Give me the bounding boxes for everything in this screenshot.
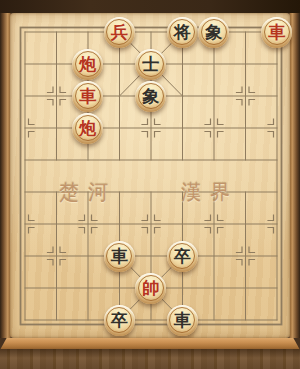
piece-black-advisor[interactable]: 士 [135, 49, 166, 80]
piece-black-chariot[interactable]: 車 [167, 305, 198, 336]
piece-red-soldier[interactable]: 兵 [104, 17, 135, 48]
piece-label: 車 [268, 24, 285, 41]
table-wood-top [0, 0, 300, 13]
piece-black-soldier[interactable]: 卒 [104, 305, 135, 336]
piece-label: 士 [142, 56, 159, 73]
piece-label: 車 [111, 248, 128, 265]
pieces-grid: 兵将象車炮士車象炮車卒帥卒車 [9, 16, 293, 336]
xiangqi-app-screen: 楚河 漢界 兵将象車炮士車象炮車卒帥卒車 [0, 0, 300, 369]
piece-label: 炮 [79, 120, 96, 137]
piece-label: 卒 [111, 312, 128, 329]
piece-black-elephant[interactable]: 象 [135, 81, 166, 112]
piece-label: 帥 [142, 280, 159, 297]
piece-black-elephant[interactable]: 象 [198, 17, 229, 48]
table-wood-bottom [0, 349, 300, 369]
piece-label: 車 [174, 312, 191, 329]
piece-label: 象 [142, 88, 159, 105]
piece-label: 車 [79, 88, 96, 105]
piece-label: 兵 [111, 24, 128, 41]
piece-black-soldier[interactable]: 卒 [167, 241, 198, 272]
piece-red-general[interactable]: 帥 [135, 273, 166, 304]
piece-label: 象 [205, 24, 222, 41]
piece-red-chariot[interactable]: 車 [261, 17, 292, 48]
piece-label: 卒 [174, 248, 191, 265]
piece-red-cannon[interactable]: 炮 [72, 49, 103, 80]
piece-red-cannon[interactable]: 炮 [72, 113, 103, 144]
piece-black-general[interactable]: 将 [167, 17, 198, 48]
piece-black-chariot[interactable]: 車 [104, 241, 135, 272]
piece-red-chariot[interactable]: 車 [72, 81, 103, 112]
piece-label: 炮 [79, 56, 96, 73]
piece-label: 将 [174, 24, 191, 41]
